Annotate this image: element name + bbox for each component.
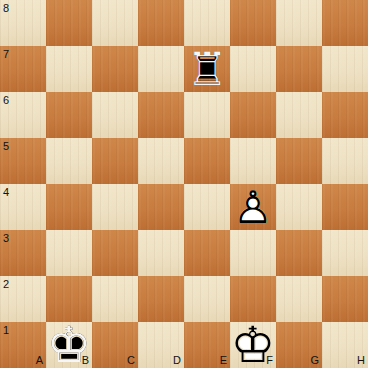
- square-e8[interactable]: [184, 0, 230, 46]
- piece-black-rook[interactable]: ♜♖: [184, 46, 230, 92]
- rank-label: 5: [3, 141, 9, 152]
- square-f7[interactable]: [230, 46, 276, 92]
- piece-white-pawn[interactable]: ♟♙: [230, 184, 276, 230]
- square-h4[interactable]: [322, 184, 368, 230]
- square-c8[interactable]: [92, 0, 138, 46]
- square-g2[interactable]: [276, 276, 322, 322]
- square-b5[interactable]: [46, 138, 92, 184]
- rank-label: 6: [3, 95, 9, 106]
- square-e3[interactable]: [184, 230, 230, 276]
- square-f5[interactable]: [230, 138, 276, 184]
- square-a5[interactable]: 5: [0, 138, 46, 184]
- square-h6[interactable]: [322, 92, 368, 138]
- square-c1[interactable]: C: [92, 322, 138, 368]
- square-f4[interactable]: ♟♙: [230, 184, 276, 230]
- file-label: F: [266, 355, 273, 366]
- square-e2[interactable]: [184, 276, 230, 322]
- square-b6[interactable]: [46, 92, 92, 138]
- square-b1[interactable]: B♚♔: [46, 322, 92, 368]
- square-f1[interactable]: F♚♔: [230, 322, 276, 368]
- black-rook-outline: ♖: [184, 46, 230, 92]
- square-a1[interactable]: 1A: [0, 322, 46, 368]
- square-f8[interactable]: [230, 0, 276, 46]
- file-label: A: [36, 355, 43, 366]
- square-f6[interactable]: [230, 92, 276, 138]
- square-b4[interactable]: [46, 184, 92, 230]
- square-d4[interactable]: [138, 184, 184, 230]
- square-e1[interactable]: E: [184, 322, 230, 368]
- square-a2[interactable]: 2: [0, 276, 46, 322]
- square-d8[interactable]: [138, 0, 184, 46]
- square-g1[interactable]: G: [276, 322, 322, 368]
- square-h8[interactable]: [322, 0, 368, 46]
- square-f3[interactable]: [230, 230, 276, 276]
- square-c2[interactable]: [92, 276, 138, 322]
- file-label: E: [220, 355, 227, 366]
- rank-label: 3: [3, 233, 9, 244]
- square-c5[interactable]: [92, 138, 138, 184]
- square-d2[interactable]: [138, 276, 184, 322]
- square-a8[interactable]: 8: [0, 0, 46, 46]
- square-b8[interactable]: [46, 0, 92, 46]
- square-e7[interactable]: ♜♖: [184, 46, 230, 92]
- square-d3[interactable]: [138, 230, 184, 276]
- square-b3[interactable]: [46, 230, 92, 276]
- square-b7[interactable]: [46, 46, 92, 92]
- square-e5[interactable]: [184, 138, 230, 184]
- square-g4[interactable]: [276, 184, 322, 230]
- square-a3[interactable]: 3: [0, 230, 46, 276]
- square-c7[interactable]: [92, 46, 138, 92]
- square-d7[interactable]: [138, 46, 184, 92]
- square-a4[interactable]: 4: [0, 184, 46, 230]
- square-d5[interactable]: [138, 138, 184, 184]
- rank-label: 2: [3, 279, 9, 290]
- square-d1[interactable]: D: [138, 322, 184, 368]
- square-g8[interactable]: [276, 0, 322, 46]
- square-h7[interactable]: [322, 46, 368, 92]
- square-c3[interactable]: [92, 230, 138, 276]
- square-g6[interactable]: [276, 92, 322, 138]
- file-label: C: [127, 355, 135, 366]
- square-c6[interactable]: [92, 92, 138, 138]
- square-g5[interactable]: [276, 138, 322, 184]
- square-g3[interactable]: [276, 230, 322, 276]
- square-h3[interactable]: [322, 230, 368, 276]
- file-label: D: [173, 355, 181, 366]
- file-label: G: [310, 355, 319, 366]
- rank-label: 4: [3, 187, 9, 198]
- file-label: B: [82, 355, 89, 366]
- square-c4[interactable]: [92, 184, 138, 230]
- white-pawn-outline: ♙: [230, 184, 276, 230]
- rank-label: 7: [3, 49, 9, 60]
- square-g7[interactable]: [276, 46, 322, 92]
- square-e4[interactable]: [184, 184, 230, 230]
- file-label: H: [357, 355, 365, 366]
- square-a6[interactable]: 6: [0, 92, 46, 138]
- rank-label: 8: [3, 3, 9, 14]
- square-e6[interactable]: [184, 92, 230, 138]
- chess-board: 87♜♖654♟♙321AB♚♔CDEF♚♔GH: [0, 0, 368, 368]
- square-h1[interactable]: H: [322, 322, 368, 368]
- square-a7[interactable]: 7: [0, 46, 46, 92]
- rank-label: 1: [3, 325, 9, 336]
- square-h5[interactable]: [322, 138, 368, 184]
- square-d6[interactable]: [138, 92, 184, 138]
- square-h2[interactable]: [322, 276, 368, 322]
